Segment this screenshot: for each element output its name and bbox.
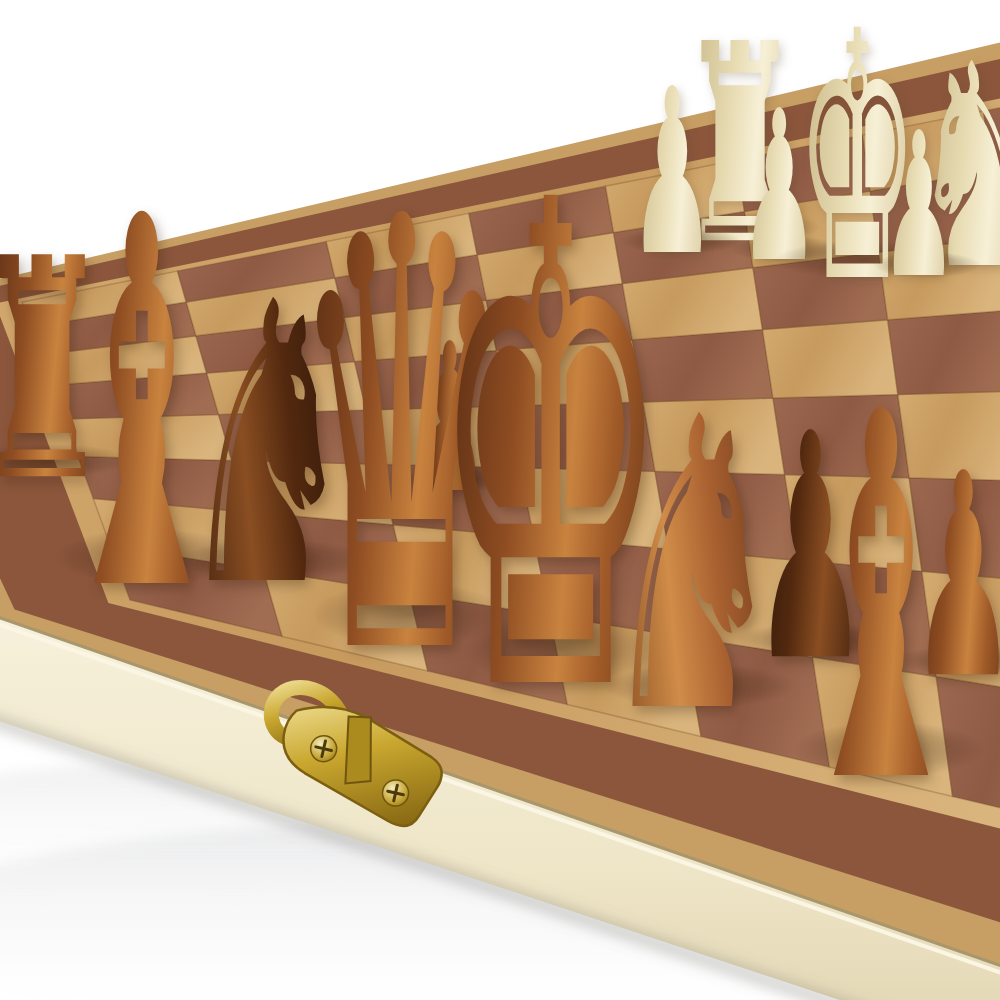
square-a5 bbox=[64, 414, 231, 460]
square-c6 bbox=[379, 464, 534, 537]
square-f5 bbox=[773, 395, 909, 478]
square-c5 bbox=[366, 406, 520, 468]
square-e4 bbox=[632, 330, 773, 402]
square-e6 bbox=[655, 471, 798, 560]
square-g6 bbox=[909, 478, 1000, 582]
square-b5 bbox=[219, 410, 379, 464]
chessboard bbox=[0, 0, 1000, 1000]
square-f4 bbox=[763, 320, 898, 398]
square-e5 bbox=[643, 398, 785, 475]
square-g4 bbox=[888, 310, 1000, 394]
chess-set-product-photo: ♜♟♟♞♚♟♜♟♝♞♛♟♚♟♞♝ bbox=[0, 0, 1000, 1000]
square-g5 bbox=[898, 391, 1000, 481]
square-d6 bbox=[520, 468, 669, 549]
square-d4 bbox=[496, 340, 643, 406]
square-f6 bbox=[785, 475, 922, 572]
square-d5 bbox=[508, 402, 656, 471]
